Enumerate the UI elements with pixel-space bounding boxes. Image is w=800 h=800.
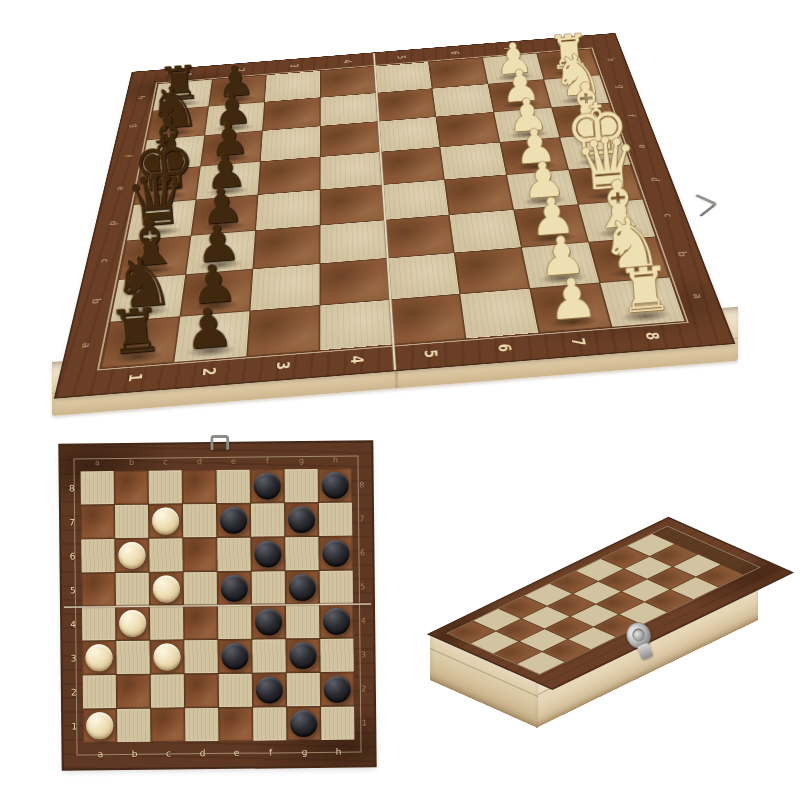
checkers-square-d6	[183, 538, 216, 571]
checkers-square-f6	[251, 537, 284, 570]
checkers-square-c7	[149, 504, 182, 537]
chess-rank-label-near-7: 7	[566, 334, 590, 350]
box-pattern-square	[648, 567, 695, 589]
chess-square-a1: ♜	[101, 317, 179, 368]
piece-shadow	[185, 343, 236, 359]
piece-shadow	[112, 349, 164, 365]
checkers-square-h2	[321, 673, 354, 706]
white-checker-c7	[152, 507, 179, 534]
chess-square-f6	[436, 112, 499, 147]
black-checker-e3	[221, 643, 248, 670]
chess-square-h2: ♟	[209, 75, 266, 106]
chess-file-label-right-a: a	[688, 289, 707, 303]
box-pattern-square	[673, 555, 720, 577]
chess-rank-label-far-7: 7	[501, 44, 516, 52]
box-pattern-square	[594, 615, 641, 637]
checkers-square-d1	[185, 708, 218, 741]
chess-rank-label-far-1: 1	[179, 70, 193, 79]
white-checker-c3	[153, 643, 180, 670]
chess-square-c4	[320, 220, 386, 263]
chess-square-b7: ♟	[522, 242, 599, 288]
chess-square-b6	[455, 248, 530, 294]
chess-rank-label-far-6: 6	[447, 49, 461, 57]
checkers-square-g5	[286, 571, 319, 604]
chess-square-d4	[320, 185, 384, 225]
chess-square-e2: ♟	[196, 162, 260, 200]
metal-hanger-icon	[210, 435, 229, 450]
box-pattern-square	[471, 631, 518, 653]
checkers-square-d8	[183, 470, 216, 503]
chess-square-c1: ♝	[119, 236, 190, 280]
chess-file-label-right-f: f	[624, 111, 639, 121]
checkers-square-a1	[83, 709, 116, 742]
checkers-file-label-bottom-c: c	[162, 748, 174, 758]
checkers-file-label-top-h: h	[329, 456, 341, 465]
chess-rank-label-near-8: 8	[640, 328, 665, 343]
box-pattern-square	[622, 580, 669, 602]
chess-file-label-right-d: d	[646, 174, 662, 185]
checkers-square-b8	[115, 471, 148, 504]
box-checker-pattern	[446, 526, 760, 675]
checkers-square-g8	[285, 469, 318, 502]
chess-square-a7: ♟	[530, 283, 611, 332]
checkers-square-g4	[286, 605, 319, 638]
white-checker-b6	[118, 542, 145, 569]
checkers-square-c2	[151, 674, 184, 707]
black-checker-e5	[221, 575, 248, 602]
checkers-square-f4	[252, 605, 285, 638]
checkers-square-h4	[320, 605, 353, 638]
checkers-square-c4	[150, 606, 183, 639]
chess-square-h4	[321, 67, 376, 98]
chess-square-f5	[378, 117, 439, 152]
checkers-rank-label-right-7: 7	[356, 514, 368, 523]
chess-file-label-left-c: c	[97, 254, 113, 266]
checkers-square-f2	[253, 673, 286, 706]
clasp-ring	[623, 619, 655, 652]
dark-rook-a1: ♜	[97, 299, 174, 365]
chess-rank-label-near-6: 6	[493, 340, 516, 356]
box-pattern-square	[650, 544, 697, 566]
box-pattern-square	[573, 582, 620, 604]
checkers-square-f7	[251, 503, 284, 536]
box-pattern-square	[497, 619, 544, 641]
box-pattern-square	[571, 604, 618, 626]
black-checker-f8	[254, 472, 281, 499]
piece-shadow	[547, 314, 600, 330]
chess-square-g2: ♟	[205, 102, 264, 135]
checkers-file-label-bottom-e: e	[230, 748, 242, 758]
checkers-rank-label-left-5: 5	[67, 585, 79, 595]
checkers-square-e7	[217, 504, 250, 537]
white-checker-c5	[153, 575, 180, 602]
box-pattern-square	[522, 607, 569, 629]
checkers-rank-label-left-3: 3	[67, 653, 79, 663]
checkers-file-label-bottom-h: h	[332, 747, 344, 757]
chess-square-g5	[377, 89, 436, 122]
checkers-square-a3	[82, 641, 115, 674]
checkers-file-label-bottom-b: b	[128, 749, 140, 759]
chess-squares-grid: ♜♟♟♜♞♟♟♞♝♟♟♝♚♟♟♚♛♟♟♛♝♟♟♝♞♟♟♞♜♟♟♜	[101, 49, 684, 368]
chess-square-e7: ♟	[500, 138, 568, 175]
chess-square-d1: ♛	[127, 200, 196, 241]
checkers-square-g3	[286, 639, 319, 672]
box-pattern-square	[627, 534, 674, 556]
chess-square-a3	[247, 306, 319, 356]
chess-file-label-right-b: b	[673, 248, 691, 261]
checkers-square-c1	[151, 708, 184, 741]
checkers-square-g6	[285, 537, 318, 570]
chess-file-label-left-e: e	[113, 183, 127, 194]
checkers-board-view: 11aa22bb33cc44dd55ee66ff77gg88hh	[60, 442, 374, 768]
chess-square-c7: ♟	[514, 205, 588, 247]
piece-shadow	[607, 265, 658, 280]
checkers-square-e4	[218, 606, 251, 639]
box-metal-clasp-icon	[622, 619, 660, 664]
checkers-rank-label-right-4: 4	[357, 616, 369, 625]
box-pattern-square	[671, 577, 718, 599]
chess-rank-label-near-1: 1	[124, 370, 147, 386]
checkers-rank-label-left-4: 4	[67, 619, 79, 629]
chess-square-e3	[258, 157, 319, 194]
box-pattern-square	[597, 592, 644, 614]
checkers-square-e3	[218, 640, 251, 673]
checkers-file-label-bottom-d: d	[196, 748, 208, 758]
box-left-end-side	[430, 636, 538, 728]
checkers-square-c8	[149, 470, 182, 503]
chess-square-d7: ♟	[507, 170, 578, 209]
black-checker-h4	[323, 608, 350, 635]
chess-square-h5	[375, 62, 432, 93]
checkers-rank-label-left-1: 1	[68, 721, 80, 731]
chess-rank-label-near-3: 3	[272, 358, 293, 374]
black-checker-f6	[254, 540, 281, 567]
chess-square-g4	[321, 93, 378, 126]
chess-square-c8: ♝	[579, 200, 655, 242]
box-pattern-square	[448, 621, 495, 643]
chess-square-h8: ♜	[537, 49, 599, 79]
checkers-square-h8	[319, 469, 352, 502]
checkers-rank-label-left-2: 2	[68, 687, 80, 697]
checkers-square-h3	[320, 639, 353, 672]
chess-rank-label-far-4: 4	[341, 57, 354, 65]
checkers-square-b4	[116, 607, 149, 640]
box-pattern-square	[620, 602, 667, 624]
checkers-square-c3	[150, 640, 183, 673]
checkers-rank-label-right-1: 1	[358, 718, 370, 727]
chess-file-label-left-b: b	[88, 295, 104, 309]
chess-rank-label-far-5: 5	[394, 53, 408, 61]
checkers-square-h1	[321, 707, 354, 740]
chess-square-e5	[381, 147, 444, 184]
black-checker-g5	[289, 574, 316, 601]
chess-rank-label-far-8: 8	[554, 40, 569, 48]
checkers-file-label-bottom-f: f	[264, 747, 276, 757]
chess-board-perspective-wrap: ♜♟♟♜♞♟♟♞♝♟♟♝♚♟♟♚♛♟♟♛♝♟♟♝♞♟♟♞♜♟♟♜ 11aa22b…	[55, 0, 735, 450]
box-pattern-square	[645, 590, 692, 612]
chess-square-e4	[321, 152, 382, 189]
checkers-file-label-bottom-a: a	[94, 749, 106, 759]
white-checker-a1	[86, 712, 113, 739]
chess-square-d3	[256, 190, 320, 230]
chess-file-label-left-f: f	[121, 151, 135, 161]
checkers-square-a7	[81, 505, 114, 538]
checkers-square-f8	[251, 469, 284, 502]
checkers-square-b6	[115, 539, 148, 572]
checkers-file-label-top-f: f	[261, 456, 273, 465]
chess-rank-label-near-4: 4	[346, 352, 367, 368]
chess-square-a2: ♟	[174, 311, 249, 362]
open-chess-board-view: ♜♟♟♜♞♟♟♞♝♟♟♝♚♟♟♚♛♟♟♛♝♟♟♝♞♟♟♞♜♟♟♜ 11aa22b…	[0, 0, 800, 470]
chess-square-b4	[320, 259, 389, 305]
light-pawn-a7: ♟	[534, 269, 610, 329]
checkers-square-a6	[81, 539, 114, 572]
black-checker-g1	[290, 710, 317, 737]
chess-square-c5	[385, 215, 454, 258]
chess-file-label-left-g: g	[128, 121, 141, 130]
light-rook-a8: ♜	[607, 258, 684, 324]
product-photo-scene: ♜♟♟♜♞♟♟♞♝♟♟♝♚♟♟♚♛♟♟♛♝♟♟♝♞♟♟♞♜♟♟♜ 11aa22b…	[0, 0, 800, 800]
chess-file-label-right-e: e	[635, 141, 651, 151]
checkers-square-f3	[252, 639, 285, 672]
chess-board-surface: ♜♟♟♜♞♟♟♞♝♟♟♝♚♟♟♚♛♟♟♛♝♟♟♝♞♟♟♞♜♟♟♜ 11aa22b…	[56, 34, 733, 398]
chess-square-g1: ♞	[147, 107, 208, 140]
piece-shadow	[619, 308, 673, 324]
chess-square-a6	[460, 289, 538, 339]
chess-square-f7: ♟	[494, 108, 559, 142]
box-pattern-square	[548, 594, 595, 616]
black-checker-g7	[288, 506, 315, 533]
chess-square-g6	[432, 84, 493, 116]
checkers-square-a8	[81, 471, 114, 504]
chess-square-e6	[440, 143, 506, 180]
chess-square-c3	[253, 226, 319, 269]
checkers-file-label-top-a: a	[91, 458, 103, 467]
checkers-file-label-top-d: d	[193, 457, 205, 466]
checkers-file-label-top-b: b	[125, 458, 137, 467]
chess-square-f1: ♝	[141, 136, 204, 171]
box-pattern-square	[625, 557, 672, 579]
checkers-square-h7	[319, 503, 352, 536]
black-checker-h2	[324, 676, 351, 703]
chess-square-b5	[388, 253, 460, 299]
checkers-square-a5	[82, 573, 115, 606]
checkers-square-a2	[83, 675, 116, 708]
chess-file-label-right-g: g	[613, 82, 627, 91]
checkers-square-e8	[217, 470, 250, 503]
chess-square-h7: ♟	[483, 54, 543, 84]
box-pattern-square	[550, 571, 597, 593]
chess-square-c6	[450, 210, 521, 253]
box-pattern-square	[697, 565, 744, 587]
checkers-square-c5	[150, 572, 183, 605]
black-checker-e7	[220, 507, 247, 534]
box-pattern-square	[569, 627, 616, 649]
chess-square-f3	[261, 126, 320, 161]
checkers-square-b3	[116, 641, 149, 674]
checkers-square-g1	[287, 707, 320, 740]
checkers-square-d5	[184, 572, 217, 605]
white-checker-a3	[85, 644, 112, 671]
checkers-square-d2	[185, 674, 218, 707]
chess-square-b1: ♞	[111, 275, 186, 322]
checkers-square-d4	[184, 606, 217, 639]
box-pattern-square	[545, 617, 592, 639]
black-checker-f2	[256, 676, 283, 703]
piece-shadow	[538, 271, 589, 286]
box-pattern-square	[473, 609, 520, 631]
box-pattern-square	[520, 629, 567, 651]
box-pattern-square	[525, 584, 572, 606]
piece-shadow	[201, 220, 246, 233]
chess-square-e1: ♚	[134, 167, 200, 205]
chess-square-f8: ♝	[552, 103, 619, 137]
checkers-rank-label-left-8: 8	[66, 483, 78, 493]
chess-square-a4	[320, 300, 392, 350]
clasp-tongue	[637, 642, 653, 659]
chess-file-label-left-d: d	[106, 217, 121, 229]
chess-square-a5	[390, 294, 465, 344]
checkers-square-b5	[116, 573, 149, 606]
box-pattern-square	[599, 569, 646, 591]
checkers-square-e1	[219, 708, 252, 741]
chess-square-a8: ♜	[600, 277, 684, 326]
chess-file-label-right-h: h	[604, 56, 618, 64]
checkers-square-c6	[149, 538, 182, 571]
checkers-square-b1	[117, 709, 150, 742]
chess-square-d8: ♛	[569, 165, 642, 204]
checkers-square-a4	[82, 607, 115, 640]
chess-file-label-right-c: c	[659, 209, 676, 221]
box-pattern-square	[494, 642, 541, 664]
box-front-side	[536, 574, 758, 728]
chess-file-label-left-h: h	[134, 93, 147, 102]
black-checker-h8	[322, 472, 349, 499]
box-pattern-square	[576, 559, 623, 581]
checkers-square-g2	[287, 673, 320, 706]
box-pattern-square	[543, 640, 590, 662]
checkers-square-g7	[285, 503, 318, 536]
chess-file-label-left-a: a	[77, 338, 94, 353]
chess-square-h6	[429, 58, 488, 88]
chess-square-d6	[445, 175, 513, 215]
checkers-square-d7	[183, 504, 216, 537]
chess-square-b8: ♞	[589, 237, 669, 282]
checkers-square-e5	[218, 572, 251, 605]
chess-square-c2: ♟	[186, 231, 255, 274]
checkers-square-d3	[184, 640, 217, 673]
checkers-rank-label-right-3: 3	[357, 650, 369, 659]
checkers-square-b2	[117, 675, 150, 708]
black-checker-g3	[289, 642, 316, 669]
box-top-face	[430, 518, 791, 688]
black-checker-f4	[255, 608, 282, 635]
checkers-rank-label-left-7: 7	[66, 517, 78, 527]
checkers-rank-label-left-6: 6	[66, 551, 78, 561]
piece-shadow	[121, 304, 171, 319]
piece-shadow	[191, 299, 240, 314]
checkers-file-label-top-c: c	[159, 457, 171, 466]
chess-rank-label-far-2: 2	[233, 66, 247, 75]
white-checker-b4	[119, 610, 146, 637]
chess-square-b3	[250, 264, 319, 311]
checkers-square-e2	[219, 674, 252, 707]
checkers-rank-label-right-2: 2	[358, 684, 370, 693]
chess-square-h3	[265, 71, 320, 102]
checkers-file-label-bottom-g: g	[298, 747, 310, 757]
box-pattern-square	[602, 546, 649, 568]
chess-square-f4	[321, 122, 380, 157]
checkers-square-h6	[319, 537, 352, 570]
chess-square-d5	[383, 180, 449, 220]
checkers-square-f5	[252, 571, 285, 604]
chess-rank-label-near-2: 2	[198, 364, 220, 380]
checkers-rank-label-right-6: 6	[356, 548, 368, 557]
chess-square-g3	[263, 98, 320, 131]
checkers-square-b7	[115, 505, 148, 538]
chess-rank-label-far-3: 3	[287, 62, 300, 71]
chess-square-g8: ♞	[544, 75, 609, 107]
checkers-file-label-top-g: g	[295, 456, 307, 465]
chess-square-g7: ♟	[488, 80, 551, 112]
checkers-rank-label-right-8: 8	[356, 480, 368, 489]
checkers-rank-label-right-5: 5	[357, 582, 369, 591]
checkers-square-h5	[320, 571, 353, 604]
chess-square-d2: ♟	[191, 195, 257, 235]
chess-square-f2: ♟	[201, 131, 262, 166]
chess-square-b2: ♟	[180, 269, 252, 316]
box-pattern-square	[499, 596, 546, 618]
checkers-square-e6	[217, 538, 250, 571]
box-pattern-square	[517, 652, 564, 674]
chess-rank-label-near-5: 5	[420, 346, 442, 362]
chess-square-e8: ♚	[560, 133, 630, 170]
checkers-square-f1	[253, 707, 286, 740]
piece-shadow	[596, 226, 645, 240]
piece-shadow	[144, 190, 188, 202]
checkers-file-label-top-e: e	[227, 457, 239, 466]
black-checker-h6	[322, 540, 349, 567]
